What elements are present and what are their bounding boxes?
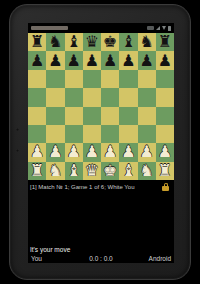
square-c1[interactable]: ♝ [65, 162, 83, 180]
square-d1[interactable]: ♛ [83, 162, 101, 180]
battery-icon [168, 26, 171, 31]
player-name-left: You [31, 255, 42, 262]
white-pawn: ♟ [139, 144, 153, 160]
square-h3[interactable] [156, 125, 174, 143]
square-h5[interactable] [156, 88, 174, 106]
square-g2[interactable]: ♟ [138, 143, 156, 161]
square-f4[interactable] [119, 107, 137, 125]
black-pawn: ♟ [121, 52, 135, 68]
square-a6[interactable] [28, 70, 46, 88]
square-a1[interactable]: ♜ [28, 162, 46, 180]
player-name-right: Android [149, 255, 171, 262]
white-bishop: ♝ [66, 162, 80, 178]
square-e1[interactable]: ♚ [101, 162, 119, 180]
square-f1[interactable]: ♝ [119, 162, 137, 180]
white-queen: ♛ [85, 162, 99, 178]
square-h4[interactable] [156, 107, 174, 125]
screenshot-stage: ♜♞♝♛♚♝♞♜♟♟♟♟♟♟♟♟♟♟♟♟♟♟♟♟♜♞♝♛♚♝♞♜ [1] Mat… [0, 0, 200, 284]
square-c7[interactable]: ♟ [65, 51, 83, 69]
square-c5[interactable] [65, 88, 83, 106]
square-c3[interactable] [65, 125, 83, 143]
black-knight: ♞ [48, 34, 62, 50]
square-e4[interactable] [101, 107, 119, 125]
front-camera-dot [16, 128, 19, 131]
white-pawn: ♟ [158, 144, 172, 160]
black-pawn: ♟ [30, 52, 44, 68]
square-a2[interactable]: ♟ [28, 143, 46, 161]
square-f2[interactable]: ♟ [119, 143, 137, 161]
square-c4[interactable] [65, 107, 83, 125]
square-e6[interactable] [101, 70, 119, 88]
match-score: 0.0 : 0.0 [89, 255, 113, 262]
square-b4[interactable] [46, 107, 64, 125]
square-b3[interactable] [46, 125, 64, 143]
square-d7[interactable]: ♟ [83, 51, 101, 69]
game-info-line: [1] Match № 1; Game 1 of 6; White You [28, 180, 174, 194]
black-pawn: ♟ [139, 52, 153, 68]
white-pawn: ♟ [121, 144, 135, 160]
square-f7[interactable]: ♟ [119, 51, 137, 69]
white-pawn: ♟ [85, 144, 99, 160]
white-bishop: ♝ [121, 162, 135, 178]
clock-icon [147, 26, 154, 30]
white-rook: ♜ [30, 162, 44, 178]
black-rook: ♜ [30, 34, 44, 50]
square-a4[interactable] [28, 107, 46, 125]
square-b6[interactable] [46, 70, 64, 88]
white-pawn: ♟ [66, 144, 80, 160]
square-g3[interactable] [138, 125, 156, 143]
black-pawn: ♟ [66, 52, 80, 68]
square-g5[interactable] [138, 88, 156, 106]
black-pawn: ♟ [158, 52, 172, 68]
square-a5[interactable] [28, 88, 46, 106]
square-f8[interactable]: ♝ [119, 33, 137, 51]
square-f3[interactable] [119, 125, 137, 143]
white-pawn: ♟ [30, 144, 44, 160]
tablet-body: ♜♞♝♛♚♝♞♜♟♟♟♟♟♟♟♟♟♟♟♟♟♟♟♟♜♞♝♛♚♝♞♜ [1] Mat… [9, 4, 191, 280]
square-g6[interactable] [138, 70, 156, 88]
square-c6[interactable] [65, 70, 83, 88]
square-b7[interactable]: ♟ [46, 51, 64, 69]
square-g1[interactable]: ♞ [138, 162, 156, 180]
move-log-area[interactable] [28, 194, 174, 246]
black-pawn: ♟ [103, 52, 117, 68]
black-queen: ♛ [85, 34, 99, 50]
square-e3[interactable] [101, 125, 119, 143]
white-pawn: ♟ [48, 144, 62, 160]
tablet-screen: ♜♞♝♛♚♝♞♜♟♟♟♟♟♟♟♟♟♟♟♟♟♟♟♟♜♞♝♛♚♝♞♜ [1] Mat… [28, 23, 174, 263]
square-f6[interactable] [119, 70, 137, 88]
lock-body [162, 186, 169, 191]
status-bar-icons [147, 26, 171, 31]
wifi-icon [162, 26, 166, 30]
black-rook: ♜ [158, 34, 172, 50]
black-king: ♚ [103, 34, 117, 50]
square-a3[interactable] [28, 125, 46, 143]
white-knight: ♞ [48, 162, 62, 178]
chess-board[interactable]: ♜♞♝♛♚♝♞♜♟♟♟♟♟♟♟♟♟♟♟♟♟♟♟♟♜♞♝♛♚♝♞♜ [28, 33, 174, 180]
white-king: ♚ [103, 162, 117, 178]
square-b1[interactable]: ♞ [46, 162, 64, 180]
square-b5[interactable] [46, 88, 64, 106]
black-bishop: ♝ [121, 34, 135, 50]
square-b8[interactable]: ♞ [46, 33, 64, 51]
white-pawn: ♟ [103, 144, 117, 160]
sensor-dot [16, 149, 19, 152]
status-bar [28, 23, 174, 33]
square-h6[interactable] [156, 70, 174, 88]
square-d3[interactable] [83, 125, 101, 143]
black-bishop: ♝ [66, 34, 80, 50]
signal-icon [156, 26, 160, 30]
white-knight: ♞ [139, 162, 153, 178]
square-a7[interactable]: ♟ [28, 51, 46, 69]
white-rook: ♜ [158, 162, 172, 178]
square-b2[interactable]: ♟ [46, 143, 64, 161]
square-f5[interactable] [119, 88, 137, 106]
square-d5[interactable] [83, 88, 101, 106]
match-info-text: [1] Match № 1; Game 1 of 6; White You [30, 184, 135, 190]
black-pawn: ♟ [85, 52, 99, 68]
square-d4[interactable] [83, 107, 101, 125]
black-knight: ♞ [139, 34, 153, 50]
square-e7[interactable]: ♟ [101, 51, 119, 69]
square-g7[interactable]: ♟ [138, 51, 156, 69]
square-e5[interactable] [101, 88, 119, 106]
square-h1[interactable]: ♜ [156, 162, 174, 180]
square-c8[interactable]: ♝ [65, 33, 83, 51]
square-e8[interactable]: ♚ [101, 33, 119, 51]
turn-status-message: It's your move [30, 246, 70, 253]
square-a8[interactable]: ♜ [28, 33, 46, 51]
lock-icon[interactable] [162, 183, 169, 191]
black-pawn: ♟ [48, 52, 62, 68]
status-notification-text [31, 26, 68, 30]
square-g8[interactable]: ♞ [138, 33, 156, 51]
square-d6[interactable] [83, 70, 101, 88]
square-h2[interactable]: ♟ [156, 143, 174, 161]
square-h7[interactable]: ♟ [156, 51, 174, 69]
square-e2[interactable]: ♟ [101, 143, 119, 161]
bottom-bar: You 0.0 : 0.0 Android [28, 254, 174, 263]
square-d2[interactable]: ♟ [83, 143, 101, 161]
square-h8[interactable]: ♜ [156, 33, 174, 51]
square-g4[interactable] [138, 107, 156, 125]
square-d8[interactable]: ♛ [83, 33, 101, 51]
square-c2[interactable]: ♟ [65, 143, 83, 161]
